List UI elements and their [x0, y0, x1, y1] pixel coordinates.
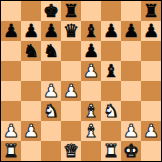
piece-white-bishop: ♝	[83, 121, 99, 141]
square-g2[interactable]: ♟	[121, 121, 141, 141]
square-a6[interactable]	[1, 41, 21, 61]
piece-white-rook: ♜	[3, 141, 19, 161]
square-b4[interactable]	[21, 81, 41, 101]
piece-white-pawn: ♟	[43, 81, 59, 101]
square-d8[interactable]: ♜	[61, 1, 81, 21]
square-f1[interactable]: ♜	[101, 141, 121, 161]
square-f4[interactable]	[101, 81, 121, 101]
square-e4[interactable]	[81, 81, 101, 101]
square-g7[interactable]: ♟	[121, 21, 141, 41]
square-g6[interactable]	[121, 41, 141, 61]
square-b3[interactable]	[21, 101, 41, 121]
square-a2[interactable]: ♟	[1, 121, 21, 141]
square-d5[interactable]	[61, 61, 81, 81]
square-e8[interactable]	[81, 1, 101, 21]
square-a3[interactable]	[1, 101, 21, 121]
square-a8[interactable]	[1, 1, 21, 21]
piece-black-king: ♚	[43, 1, 59, 21]
square-b5[interactable]	[21, 61, 41, 81]
square-d2[interactable]	[61, 121, 81, 141]
square-b8[interactable]	[21, 1, 41, 21]
square-f3[interactable]: ♞	[101, 101, 121, 121]
square-h2[interactable]: ♟	[141, 121, 161, 141]
chess-board: ♚♜♜♟♟♟♛♝♟♟♟♞♞♟♟♝♟♟♞♝♞♟♟♝♟♟♜♛♜♚	[0, 0, 162, 162]
piece-black-rook: ♜	[143, 1, 159, 21]
piece-black-pawn: ♟	[43, 21, 59, 41]
square-e3[interactable]: ♝	[81, 101, 101, 121]
square-h1[interactable]	[141, 141, 161, 161]
square-a5[interactable]	[1, 61, 21, 81]
square-f8[interactable]	[101, 1, 121, 21]
square-c8[interactable]: ♚	[41, 1, 61, 21]
square-c7[interactable]: ♟	[41, 21, 61, 41]
piece-white-bishop: ♝	[83, 101, 99, 121]
square-b2[interactable]: ♟	[21, 121, 41, 141]
square-g3[interactable]	[121, 101, 141, 121]
piece-white-knight: ♞	[103, 101, 119, 121]
square-a1[interactable]: ♜	[1, 141, 21, 161]
board-grid: ♚♜♜♟♟♟♛♝♟♟♟♞♞♟♟♝♟♟♞♝♞♟♟♝♟♟♜♛♜♚	[1, 1, 161, 161]
square-d4[interactable]: ♟	[61, 81, 81, 101]
square-g4[interactable]	[121, 81, 141, 101]
square-h8[interactable]: ♜	[141, 1, 161, 21]
piece-black-pawn: ♟	[3, 21, 19, 41]
piece-white-rook: ♜	[103, 141, 119, 161]
piece-black-pawn: ♟	[103, 21, 119, 41]
piece-white-pawn: ♟	[23, 121, 39, 141]
square-h4[interactable]	[141, 81, 161, 101]
square-e6[interactable]: ♟	[81, 41, 101, 61]
square-c4[interactable]: ♟	[41, 81, 61, 101]
piece-white-pawn: ♟	[123, 121, 139, 141]
square-f7[interactable]: ♟	[101, 21, 121, 41]
square-b6[interactable]: ♞	[21, 41, 41, 61]
square-b1[interactable]	[21, 141, 41, 161]
square-g8[interactable]	[121, 1, 141, 21]
piece-black-rook: ♜	[63, 1, 79, 21]
piece-white-pawn: ♟	[63, 81, 79, 101]
square-a4[interactable]	[1, 81, 21, 101]
piece-white-pawn: ♟	[3, 121, 19, 141]
square-e5[interactable]: ♟	[81, 61, 101, 81]
square-h5[interactable]	[141, 61, 161, 81]
square-g1[interactable]: ♚	[121, 141, 141, 161]
square-e2[interactable]: ♝	[81, 121, 101, 141]
square-f2[interactable]	[101, 121, 121, 141]
square-b7[interactable]: ♟	[21, 21, 41, 41]
piece-black-pawn: ♟	[83, 41, 99, 61]
square-c6[interactable]: ♞	[41, 41, 61, 61]
square-c5[interactable]	[41, 61, 61, 81]
square-c3[interactable]: ♞	[41, 101, 61, 121]
square-e7[interactable]: ♝	[81, 21, 101, 41]
piece-black-knight: ♞	[23, 41, 39, 61]
piece-black-bishop: ♝	[103, 61, 119, 81]
square-d1[interactable]: ♛	[61, 141, 81, 161]
piece-black-knight: ♞	[43, 41, 59, 61]
square-c1[interactable]	[41, 141, 61, 161]
square-h3[interactable]	[141, 101, 161, 121]
square-d6[interactable]	[61, 41, 81, 61]
square-g5[interactable]	[121, 61, 141, 81]
piece-black-pawn: ♟	[143, 21, 159, 41]
piece-white-knight: ♞	[43, 101, 59, 121]
square-h6[interactable]	[141, 41, 161, 61]
square-c2[interactable]	[41, 121, 61, 141]
square-e1[interactable]	[81, 141, 101, 161]
square-d7[interactable]: ♛	[61, 21, 81, 41]
piece-black-pawn: ♟	[23, 21, 39, 41]
square-a7[interactable]: ♟	[1, 21, 21, 41]
square-d3[interactable]	[61, 101, 81, 121]
piece-black-queen: ♛	[63, 21, 79, 41]
square-f6[interactable]	[101, 41, 121, 61]
square-h7[interactable]: ♟	[141, 21, 161, 41]
piece-white-pawn: ♟	[83, 61, 99, 81]
piece-white-queen: ♛	[63, 141, 79, 161]
piece-white-pawn: ♟	[143, 121, 159, 141]
piece-black-bishop: ♝	[83, 21, 99, 41]
piece-white-king: ♚	[123, 141, 139, 161]
piece-black-pawn: ♟	[123, 21, 139, 41]
square-f5[interactable]: ♝	[101, 61, 121, 81]
